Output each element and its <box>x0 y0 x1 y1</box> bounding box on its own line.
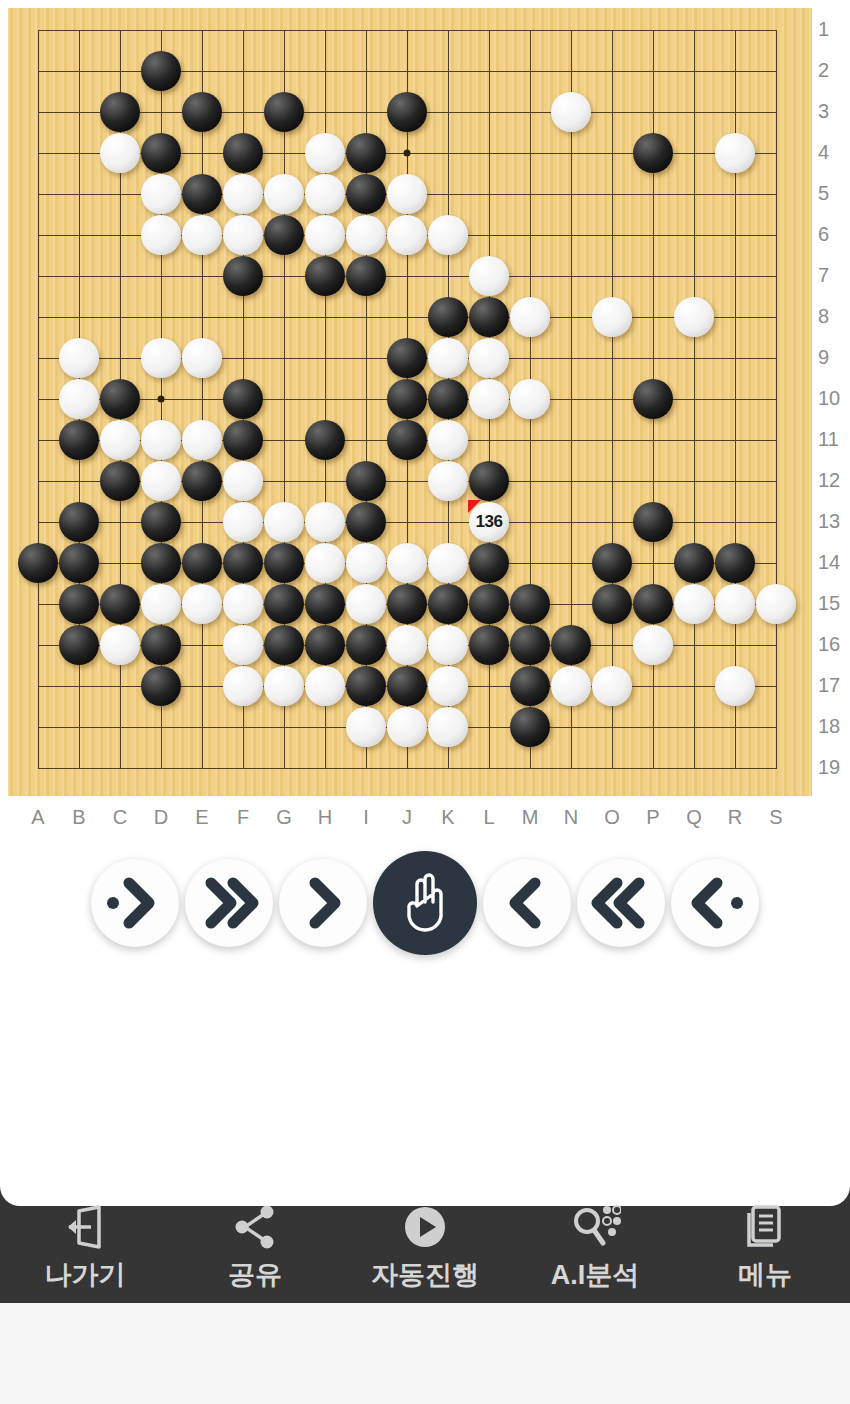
row-label: 6 <box>818 223 848 246</box>
column-label: H <box>315 806 335 829</box>
white-stone <box>428 707 468 747</box>
stone-black[interactable] <box>428 584 469 625</box>
stone-black[interactable] <box>305 256 346 297</box>
white-stone <box>182 420 222 460</box>
row-label: 4 <box>818 141 848 164</box>
stone-black[interactable] <box>59 420 100 461</box>
white-stone <box>551 92 591 132</box>
stone-black[interactable] <box>305 420 346 461</box>
white-stone <box>305 502 345 542</box>
white-stone <box>715 584 755 624</box>
stone-black[interactable] <box>469 625 510 666</box>
stone-black[interactable] <box>182 543 223 584</box>
step-forward-button[interactable] <box>483 859 571 947</box>
stone-white[interactable] <box>264 502 305 543</box>
toolbar-item-menu[interactable]: 메뉴 <box>705 1202 825 1294</box>
stone-black[interactable] <box>633 502 674 543</box>
stone-black[interactable] <box>264 584 305 625</box>
column-label: I <box>356 806 376 829</box>
stone-black[interactable] <box>182 174 223 215</box>
column-label: B <box>69 806 89 829</box>
stone-white[interactable] <box>141 420 182 461</box>
stone-white[interactable] <box>510 379 551 420</box>
black-stone <box>346 256 386 296</box>
white-stone <box>100 133 140 173</box>
black-stone <box>223 133 263 173</box>
white-stone <box>715 133 755 173</box>
stone-black[interactable] <box>182 461 223 502</box>
stone-black[interactable] <box>510 584 551 625</box>
column-label: E <box>192 806 212 829</box>
fast-backward-icon <box>197 877 261 929</box>
black-stone <box>305 256 345 296</box>
stone-black[interactable] <box>59 584 100 625</box>
white-stone <box>182 584 222 624</box>
stone-white[interactable] <box>182 215 223 256</box>
black-stone <box>59 625 99 665</box>
stone-white[interactable] <box>223 584 264 625</box>
black-stone <box>510 707 550 747</box>
stone-white[interactable] <box>387 707 428 748</box>
white-stone <box>223 584 263 624</box>
white-stone <box>387 215 427 255</box>
stone-white[interactable] <box>223 174 264 215</box>
white-stone <box>510 297 550 337</box>
black-stone <box>715 543 755 583</box>
stone-black[interactable] <box>387 666 428 707</box>
white-stone <box>715 666 755 706</box>
stone-black[interactable] <box>346 256 387 297</box>
black-stone <box>59 543 99 583</box>
stone-white[interactable] <box>223 625 264 666</box>
stone-white[interactable] <box>141 461 182 502</box>
stone-white[interactable] <box>346 584 387 625</box>
black-stone <box>223 543 263 583</box>
white-stone <box>551 666 591 706</box>
stone-black[interactable] <box>18 543 59 584</box>
stone-black[interactable] <box>346 133 387 174</box>
stone-black[interactable] <box>141 625 182 666</box>
menu-document-icon <box>739 1203 791 1251</box>
stone-white[interactable] <box>305 502 346 543</box>
stone-white[interactable] <box>715 666 756 707</box>
stone-black[interactable] <box>141 133 182 174</box>
white-stone <box>59 338 99 378</box>
black-stone <box>100 379 140 419</box>
stone-black[interactable] <box>264 92 305 133</box>
black-stone <box>100 461 140 501</box>
white-stone <box>428 625 468 665</box>
row-label: 14 <box>818 551 848 574</box>
row-label: 18 <box>818 715 848 738</box>
black-stone <box>182 461 222 501</box>
stone-black[interactable] <box>715 543 756 584</box>
row-label: 8 <box>818 305 848 328</box>
stone-white[interactable] <box>59 379 100 420</box>
row-label: 16 <box>818 633 848 656</box>
stone-white[interactable] <box>510 297 551 338</box>
black-stone <box>633 502 673 542</box>
hand-play-mode-icon <box>399 872 451 934</box>
go-to-start-button[interactable] <box>91 859 179 947</box>
stone-white[interactable] <box>387 174 428 215</box>
black-stone <box>633 379 673 419</box>
go-board[interactable]: 136 <box>8 8 812 796</box>
stone-white[interactable] <box>551 666 592 707</box>
stone-black[interactable] <box>592 584 633 625</box>
white-stone <box>141 584 181 624</box>
fast-backward-button[interactable] <box>185 859 273 947</box>
stone-white[interactable] <box>100 625 141 666</box>
row-label: 17 <box>818 674 848 697</box>
black-stone <box>428 584 468 624</box>
fast-forward-button[interactable] <box>577 859 665 947</box>
stone-black[interactable] <box>346 502 387 543</box>
stone-white[interactable] <box>100 133 141 174</box>
stone-white[interactable] <box>141 584 182 625</box>
black-stone <box>469 625 509 665</box>
column-label: R <box>725 806 745 829</box>
stone-white[interactable] <box>59 338 100 379</box>
stone-white[interactable] <box>387 625 428 666</box>
stone-black[interactable] <box>141 666 182 707</box>
white-stone <box>387 707 427 747</box>
column-label: Q <box>684 806 704 829</box>
row-label: 9 <box>818 346 848 369</box>
white-stone <box>223 215 263 255</box>
row-label: 1 <box>818 18 848 41</box>
black-stone <box>141 625 181 665</box>
stone-black[interactable] <box>469 584 510 625</box>
stone-black[interactable] <box>100 461 141 502</box>
black-stone <box>387 338 427 378</box>
stone-white[interactable] <box>592 297 633 338</box>
toolbar-item-label: 자동진행 <box>371 1257 479 1293</box>
stone-white[interactable] <box>141 338 182 379</box>
stone-black[interactable] <box>141 51 182 92</box>
stone-black[interactable] <box>182 92 223 133</box>
white-stone <box>223 502 263 542</box>
white-stone <box>428 461 468 501</box>
column-label: M <box>520 806 540 829</box>
stone-white[interactable] <box>223 502 264 543</box>
stone-white[interactable] <box>305 133 346 174</box>
stone-black[interactable] <box>633 133 674 174</box>
stone-black[interactable] <box>428 379 469 420</box>
stone-white[interactable] <box>428 625 469 666</box>
row-label: 15 <box>818 592 848 615</box>
black-stone <box>182 92 222 132</box>
white-stone <box>305 666 345 706</box>
white-stone <box>592 666 632 706</box>
stone-black[interactable] <box>59 502 100 543</box>
toolbar-item-share[interactable]: 공유 <box>195 1202 315 1294</box>
column-label: N <box>561 806 581 829</box>
stone-black[interactable] <box>305 584 346 625</box>
stone-black[interactable] <box>223 256 264 297</box>
stone-black[interactable] <box>100 379 141 420</box>
stone-white[interactable] <box>756 584 797 625</box>
stone-white[interactable] <box>633 625 674 666</box>
white-stone <box>428 338 468 378</box>
column-label: F <box>233 806 253 829</box>
stone-white[interactable] <box>223 215 264 256</box>
column-label: L <box>479 806 499 829</box>
black-stone <box>469 584 509 624</box>
stone-white[interactable] <box>428 338 469 379</box>
column-label: A <box>28 806 48 829</box>
black-stone <box>100 92 140 132</box>
white-stone <box>469 338 509 378</box>
row-label: 10 <box>818 387 848 410</box>
row-label: 2 <box>818 59 848 82</box>
black-stone <box>592 543 632 583</box>
stone-black[interactable] <box>59 625 100 666</box>
stone-black[interactable] <box>387 92 428 133</box>
stone-white[interactable] <box>387 215 428 256</box>
stone-black[interactable] <box>387 584 428 625</box>
stone-black[interactable] <box>592 543 633 584</box>
stone-black[interactable] <box>346 625 387 666</box>
stone-black[interactable] <box>469 543 510 584</box>
go-to-end-button[interactable] <box>671 859 759 947</box>
white-stone <box>223 174 263 214</box>
stone-white[interactable] <box>387 543 428 584</box>
stone-white[interactable] <box>346 707 387 748</box>
stone-black[interactable] <box>141 502 182 543</box>
stone-white[interactable] <box>264 174 305 215</box>
stone-white[interactable] <box>182 338 223 379</box>
black-stone <box>264 92 304 132</box>
white-stone <box>674 584 714 624</box>
stone-white[interactable] <box>346 543 387 584</box>
white-stone <box>633 625 673 665</box>
black-stone <box>346 133 386 173</box>
column-label: C <box>110 806 130 829</box>
stone-black[interactable] <box>510 707 551 748</box>
white-stone <box>59 379 99 419</box>
column-label: K <box>438 806 458 829</box>
step-backward-icon <box>291 877 355 929</box>
white-stone <box>223 625 263 665</box>
white-stone <box>264 174 304 214</box>
stone-black[interactable] <box>264 215 305 256</box>
stone-black[interactable] <box>510 666 551 707</box>
white-stone <box>100 625 140 665</box>
black-stone <box>633 584 673 624</box>
stone-white[interactable] <box>551 92 592 133</box>
stone-black[interactable] <box>223 543 264 584</box>
black-stone <box>346 174 386 214</box>
column-label: G <box>274 806 294 829</box>
last-move-triangle-marker <box>468 500 481 513</box>
stone-white[interactable] <box>469 338 510 379</box>
white-stone <box>141 461 181 501</box>
black-stone <box>510 584 550 624</box>
black-stone <box>305 420 345 460</box>
stone-black[interactable] <box>59 543 100 584</box>
column-label: S <box>766 806 786 829</box>
toolbar-item-ai-analysis[interactable]: A.I분석 <box>535 1202 655 1294</box>
stone-white[interactable] <box>469 256 510 297</box>
stone-black[interactable] <box>305 625 346 666</box>
stone-white[interactable] <box>305 543 346 584</box>
black-stone <box>182 543 222 583</box>
black-stone <box>469 543 509 583</box>
stone-black[interactable] <box>346 174 387 215</box>
black-stone <box>387 584 427 624</box>
black-stone <box>387 420 427 460</box>
stone-black[interactable] <box>346 666 387 707</box>
white-stone <box>182 338 222 378</box>
stone-white[interactable] <box>428 215 469 256</box>
toolbar-item-label: A.I분석 <box>551 1257 640 1293</box>
stone-black[interactable] <box>674 543 715 584</box>
stone-white[interactable] <box>674 297 715 338</box>
auto-play-icon <box>399 1203 451 1251</box>
black-stone <box>141 502 181 542</box>
black-stone <box>223 256 263 296</box>
black-stone <box>633 133 673 173</box>
stone-black[interactable] <box>387 338 428 379</box>
white-stone <box>182 215 222 255</box>
exit-door-icon <box>59 1203 111 1251</box>
stone-black[interactable] <box>223 133 264 174</box>
stone-white[interactable] <box>592 666 633 707</box>
stone-white[interactable] <box>223 461 264 502</box>
stone-black[interactable] <box>428 297 469 338</box>
stone-black[interactable] <box>100 584 141 625</box>
stone-white[interactable] <box>428 543 469 584</box>
stone-white[interactable] <box>428 707 469 748</box>
white-stone <box>141 215 181 255</box>
column-label: J <box>397 806 417 829</box>
stone-black[interactable] <box>223 379 264 420</box>
toolbar-item-label: 나가기 <box>45 1257 126 1293</box>
stone-white[interactable] <box>715 584 756 625</box>
black-stone <box>510 625 550 665</box>
stone-black[interactable] <box>100 92 141 133</box>
hand-play-mode-button[interactable] <box>373 851 477 955</box>
black-stone <box>469 297 509 337</box>
stone-black[interactable] <box>141 543 182 584</box>
white-stone <box>592 297 632 337</box>
stone-white[interactable] <box>469 379 510 420</box>
white-stone <box>141 420 181 460</box>
black-stone <box>469 461 509 501</box>
stone-white[interactable]: 136 <box>469 502 510 543</box>
row-label: 12 <box>818 469 848 492</box>
white-stone <box>141 174 181 214</box>
stone-white[interactable] <box>141 174 182 215</box>
black-stone <box>59 584 99 624</box>
stone-white[interactable] <box>182 420 223 461</box>
stone-black[interactable] <box>469 461 510 502</box>
stone-white[interactable] <box>264 666 305 707</box>
fast-forward-icon <box>589 877 653 929</box>
stone-black[interactable] <box>346 461 387 502</box>
stone-white[interactable] <box>182 584 223 625</box>
share-nodes-icon <box>229 1203 281 1251</box>
step-forward-icon <box>495 877 559 929</box>
black-stone <box>674 543 714 583</box>
black-stone <box>264 215 304 255</box>
go-to-end-icon <box>683 877 747 929</box>
stone-white[interactable] <box>715 133 756 174</box>
stone-white[interactable] <box>346 215 387 256</box>
star-point <box>158 396 165 403</box>
stone-white[interactable] <box>223 666 264 707</box>
black-stone <box>346 461 386 501</box>
row-label: 13 <box>818 510 848 533</box>
black-stone <box>592 584 632 624</box>
white-stone <box>264 502 304 542</box>
stone-black[interactable] <box>633 584 674 625</box>
white-stone <box>141 338 181 378</box>
black-stone <box>59 420 99 460</box>
stone-black[interactable] <box>510 625 551 666</box>
white-stone <box>100 420 140 460</box>
stone-black[interactable] <box>223 420 264 461</box>
white-stone <box>305 215 345 255</box>
stone-black[interactable] <box>469 297 510 338</box>
go-to-start-icon <box>103 877 167 929</box>
white-stone <box>264 666 304 706</box>
black-stone <box>141 51 181 91</box>
white-stone <box>428 215 468 255</box>
stone-black[interactable] <box>264 625 305 666</box>
white-stone <box>428 543 468 583</box>
stone-white[interactable] <box>141 215 182 256</box>
stone-black[interactable] <box>387 379 428 420</box>
stone-white[interactable] <box>305 174 346 215</box>
black-stone <box>141 133 181 173</box>
black-stone <box>141 666 181 706</box>
toolbar-item-autoplay[interactable]: 자동진행 <box>365 1202 485 1294</box>
stone-black[interactable] <box>387 420 428 461</box>
toolbar-item-exit[interactable]: 나가기 <box>25 1202 145 1294</box>
stone-black[interactable] <box>633 379 674 420</box>
column-label: P <box>643 806 663 829</box>
black-stone <box>305 625 345 665</box>
stone-white[interactable] <box>428 420 469 461</box>
bottom-toolbar: 나가기공유자동진행A.I분석메뉴 <box>0 1198 850 1298</box>
black-stone <box>141 543 181 583</box>
row-label: 5 <box>818 182 848 205</box>
step-backward-button[interactable] <box>279 859 367 947</box>
white-stone <box>428 420 468 460</box>
black-stone <box>59 502 99 542</box>
stone-white[interactable] <box>100 420 141 461</box>
stone-black[interactable] <box>551 625 592 666</box>
column-label: O <box>602 806 622 829</box>
black-stone <box>428 379 468 419</box>
stone-white[interactable] <box>428 461 469 502</box>
white-stone <box>510 379 550 419</box>
white-stone <box>469 256 509 296</box>
stone-white[interactable] <box>674 584 715 625</box>
stone-white[interactable] <box>428 666 469 707</box>
stone-white[interactable] <box>305 666 346 707</box>
black-stone <box>387 379 427 419</box>
black-stone <box>551 625 591 665</box>
white-stone <box>756 584 796 624</box>
black-stone <box>223 379 263 419</box>
black-stone <box>264 543 304 583</box>
black-stone <box>305 584 345 624</box>
stone-white[interactable] <box>305 215 346 256</box>
stone-black[interactable] <box>264 543 305 584</box>
